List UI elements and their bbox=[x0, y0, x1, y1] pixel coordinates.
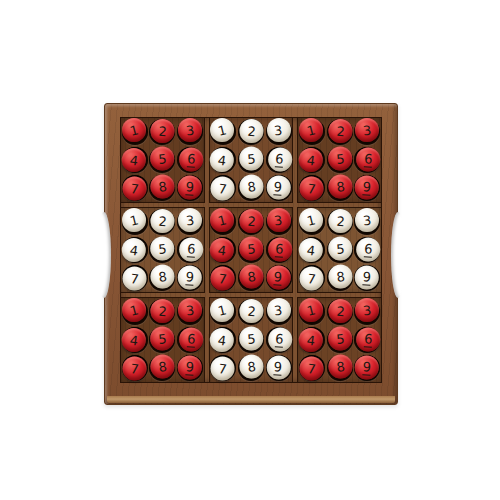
peg-r8c3-red-6[interactable]: 6 bbox=[179, 328, 203, 352]
peg-number: 4 bbox=[129, 333, 139, 347]
peg-r9c6-white-9[interactable]: 9 bbox=[266, 356, 290, 380]
peg-r2c6-white-6[interactable]: 6 bbox=[268, 148, 292, 172]
peg-r1c1-red-1[interactable]: 1 bbox=[122, 118, 146, 142]
peg-r6c9-white-9[interactable]: 9 bbox=[355, 266, 379, 290]
cell-r4c6: 3 bbox=[265, 208, 293, 236]
peg-r3c8-red-8[interactable]: 8 bbox=[328, 175, 352, 199]
cell-r5c8: 5 bbox=[326, 236, 354, 264]
peg-number: 9 bbox=[185, 180, 194, 195]
peg-number: 8 bbox=[246, 270, 256, 284]
peg-number: 9 bbox=[362, 270, 371, 285]
peg-number: 5 bbox=[158, 152, 167, 166]
box-5-red: 123456789 bbox=[210, 208, 293, 292]
peg-r1c2-red-2[interactable]: 2 bbox=[151, 119, 175, 143]
box-3-red: 123456789 bbox=[298, 118, 381, 202]
cell-r8c2: 5 bbox=[149, 326, 177, 354]
peg-number: 2 bbox=[247, 124, 256, 138]
peg-r9c4-white-7[interactable]: 7 bbox=[211, 356, 235, 380]
peg-number: 7 bbox=[218, 182, 228, 196]
cell-r6c1: 7 bbox=[121, 264, 149, 292]
peg-r5c5-red-5[interactable]: 5 bbox=[239, 237, 263, 261]
peg-r3c3-red-9[interactable]: 9 bbox=[178, 176, 202, 200]
peg-number: 2 bbox=[247, 214, 256, 228]
peg-number: 5 bbox=[247, 332, 256, 346]
peg-r7c2-red-2[interactable]: 2 bbox=[151, 299, 175, 323]
peg-r7c8-red-2[interactable]: 2 bbox=[328, 299, 352, 323]
product-photo-stage: 1234567891234567891234567891234567891234… bbox=[0, 0, 500, 500]
cell-r2c9: 6 bbox=[353, 146, 381, 174]
cell-r9c8: 8 bbox=[326, 354, 354, 382]
peg-r6c5-red-8[interactable]: 8 bbox=[239, 265, 263, 289]
peg-number: 4 bbox=[217, 333, 227, 347]
cell-r6c5: 8 bbox=[237, 264, 265, 292]
peg-r6c8-white-8[interactable]: 8 bbox=[328, 265, 352, 289]
peg-number: 3 bbox=[274, 123, 284, 137]
peg-r1c7-red-1[interactable]: 1 bbox=[299, 118, 323, 142]
peg-number: 6 bbox=[275, 242, 284, 257]
peg-number: 1 bbox=[128, 303, 139, 318]
peg-r7c4-white-1[interactable]: 1 bbox=[210, 298, 234, 322]
cell-r6c2: 8 bbox=[149, 264, 177, 292]
peg-r4c5-red-2[interactable]: 2 bbox=[239, 209, 263, 233]
peg-number: 1 bbox=[217, 303, 228, 318]
peg-r1c6-white-3[interactable]: 3 bbox=[267, 118, 291, 142]
peg-number: 4 bbox=[306, 153, 316, 167]
cell-r2c5: 5 bbox=[237, 146, 265, 174]
peg-r5c9-white-6[interactable]: 6 bbox=[356, 238, 380, 262]
cell-r4c3: 3 bbox=[176, 208, 204, 236]
peg-number: 5 bbox=[158, 242, 167, 256]
peg-number: 1 bbox=[306, 303, 317, 318]
cell-r9c4: 7 bbox=[210, 354, 238, 382]
peg-number: 6 bbox=[364, 332, 373, 347]
peg-number: 7 bbox=[307, 182, 317, 196]
cell-r5c9: 6 bbox=[353, 236, 381, 264]
peg-number: 2 bbox=[336, 214, 345, 228]
peg-number: 6 bbox=[187, 242, 196, 257]
peg-r4c4-red-1[interactable]: 1 bbox=[210, 208, 234, 232]
peg-r9c7-red-7[interactable]: 7 bbox=[300, 356, 324, 380]
peg-number: 1 bbox=[128, 213, 139, 228]
peg-number: 4 bbox=[306, 333, 316, 347]
peg-number: 1 bbox=[217, 213, 228, 228]
cell-r7c8: 2 bbox=[326, 298, 354, 326]
peg-number: 7 bbox=[307, 272, 317, 286]
peg-r4c9-white-3[interactable]: 3 bbox=[355, 208, 379, 232]
cell-r3c6: 9 bbox=[265, 174, 293, 202]
peg-number: 1 bbox=[217, 123, 228, 138]
cell-r9c6: 9 bbox=[265, 354, 293, 382]
cell-r1c8: 2 bbox=[326, 118, 354, 146]
peg-r1c3-red-3[interactable]: 3 bbox=[178, 118, 202, 142]
peg-number: 4 bbox=[306, 243, 316, 257]
peg-r5c6-red-6[interactable]: 6 bbox=[268, 238, 292, 262]
peg-r8c5-white-5[interactable]: 5 bbox=[239, 327, 263, 351]
peg-r7c5-white-2[interactable]: 2 bbox=[239, 299, 263, 323]
peg-number: 2 bbox=[336, 124, 345, 138]
peg-number: 9 bbox=[274, 180, 283, 195]
box-4-white: 123456789 bbox=[121, 208, 204, 292]
peg-number: 9 bbox=[185, 360, 194, 375]
peg-number: 7 bbox=[129, 362, 139, 376]
peg-number: 1 bbox=[306, 213, 317, 228]
cell-r4c8: 2 bbox=[326, 208, 354, 236]
cell-r5c4: 4 bbox=[210, 236, 238, 264]
peg-r6c6-red-9[interactable]: 9 bbox=[266, 266, 290, 290]
peg-number: 1 bbox=[306, 123, 317, 138]
cell-r2c8: 5 bbox=[326, 146, 354, 174]
sudoku-board: 1234567891234567891234567891234567891234… bbox=[104, 103, 398, 405]
cell-r2c4: 4 bbox=[210, 146, 238, 174]
cell-r3c8: 8 bbox=[326, 174, 354, 202]
peg-number: 6 bbox=[187, 332, 196, 347]
cell-r5c1: 4 bbox=[121, 236, 149, 264]
peg-number: 4 bbox=[129, 243, 139, 257]
cell-r2c7: 4 bbox=[298, 146, 326, 174]
peg-number: 8 bbox=[158, 270, 168, 284]
peg-number: 3 bbox=[274, 213, 284, 227]
cell-r4c2: 2 bbox=[149, 208, 177, 236]
peg-number: 9 bbox=[362, 180, 371, 195]
peg-r5c4-red-4[interactable]: 4 bbox=[210, 238, 234, 262]
cell-r7c9: 3 bbox=[353, 298, 381, 326]
cell-r4c1: 1 bbox=[121, 208, 149, 236]
cell-r3c9: 9 bbox=[353, 174, 381, 202]
peg-r5c7-white-4[interactable]: 4 bbox=[299, 238, 323, 262]
peg-number: 9 bbox=[274, 360, 283, 375]
peg-r5c3-white-6[interactable]: 6 bbox=[179, 238, 203, 262]
peg-number: 8 bbox=[335, 270, 345, 284]
peg-r6c7-white-7[interactable]: 7 bbox=[300, 266, 324, 290]
peg-number: 7 bbox=[129, 182, 139, 196]
peg-r7c7-red-1[interactable]: 1 bbox=[299, 298, 323, 322]
cell-r5c3: 6 bbox=[176, 236, 204, 264]
cell-r8c4: 4 bbox=[210, 326, 238, 354]
cell-r6c7: 7 bbox=[298, 264, 326, 292]
cell-r5c5: 5 bbox=[237, 236, 265, 264]
peg-r8c2-red-5[interactable]: 5 bbox=[151, 327, 175, 351]
peg-r4c2-white-2[interactable]: 2 bbox=[151, 209, 175, 233]
peg-r6c1-white-7[interactable]: 7 bbox=[122, 266, 146, 290]
cell-r3c1: 7 bbox=[121, 174, 149, 202]
peg-number: 3 bbox=[185, 213, 195, 227]
peg-r8c4-white-4[interactable]: 4 bbox=[210, 328, 234, 352]
peg-r3c1-red-7[interactable]: 7 bbox=[122, 176, 146, 200]
cell-r1c9: 3 bbox=[353, 118, 381, 146]
box-7-red: 123456789 bbox=[121, 298, 204, 382]
peg-number: 6 bbox=[364, 242, 373, 257]
peg-r3c5-white-8[interactable]: 8 bbox=[239, 175, 263, 199]
peg-r8c1-red-4[interactable]: 4 bbox=[122, 328, 146, 352]
cell-r8c3: 6 bbox=[176, 326, 204, 354]
peg-number: 3 bbox=[362, 213, 372, 227]
peg-r4c6-red-3[interactable]: 3 bbox=[267, 208, 291, 232]
peg-r2c3-red-6[interactable]: 6 bbox=[179, 148, 203, 172]
peg-r7c1-red-1[interactable]: 1 bbox=[122, 298, 146, 322]
cell-r3c3: 9 bbox=[176, 174, 204, 202]
peg-number: 6 bbox=[275, 152, 284, 167]
peg-number: 9 bbox=[185, 270, 194, 285]
peg-r7c3-red-3[interactable]: 3 bbox=[178, 298, 202, 322]
cell-r6c8: 8 bbox=[326, 264, 354, 292]
cell-r6c3: 9 bbox=[176, 264, 204, 292]
peg-r2c1-red-4[interactable]: 4 bbox=[122, 148, 146, 172]
cell-r7c2: 2 bbox=[149, 298, 177, 326]
peg-number: 5 bbox=[335, 332, 344, 346]
cell-r3c4: 7 bbox=[210, 174, 238, 202]
peg-r3c6-white-9[interactable]: 9 bbox=[266, 176, 290, 200]
cell-r7c1: 1 bbox=[121, 298, 149, 326]
box-9-red: 123456789 bbox=[298, 298, 381, 382]
peg-r1c8-red-2[interactable]: 2 bbox=[328, 119, 352, 143]
cell-r9c5: 8 bbox=[237, 354, 265, 382]
peg-number: 5 bbox=[247, 242, 256, 256]
grip-notch-left bbox=[97, 212, 111, 298]
peg-r8c7-red-4[interactable]: 4 bbox=[299, 328, 323, 352]
peg-r2c8-red-5[interactable]: 5 bbox=[328, 147, 352, 171]
peg-number: 4 bbox=[129, 153, 139, 167]
cell-r3c2: 8 bbox=[149, 174, 177, 202]
cell-r5c7: 4 bbox=[298, 236, 326, 264]
cell-r7c3: 3 bbox=[176, 298, 204, 326]
cell-r9c1: 7 bbox=[121, 354, 149, 382]
peg-r5c8-white-5[interactable]: 5 bbox=[328, 237, 352, 261]
peg-number: 9 bbox=[274, 270, 283, 285]
peg-number: 4 bbox=[217, 153, 227, 167]
peg-number: 3 bbox=[274, 303, 284, 317]
cell-r8c7: 4 bbox=[298, 326, 326, 354]
cell-r1c7: 1 bbox=[298, 118, 326, 146]
cell-r6c4: 7 bbox=[210, 264, 238, 292]
peg-r2c5-white-5[interactable]: 5 bbox=[239, 147, 263, 171]
cell-r1c2: 2 bbox=[149, 118, 177, 146]
peg-number: 8 bbox=[246, 360, 256, 374]
peg-number: 6 bbox=[275, 332, 284, 347]
cell-r7c6: 3 bbox=[265, 298, 293, 326]
cell-r9c9: 9 bbox=[353, 354, 381, 382]
peg-r4c3-white-3[interactable]: 3 bbox=[178, 208, 202, 232]
peg-number: 3 bbox=[185, 123, 195, 137]
peg-number: 3 bbox=[185, 303, 195, 317]
cell-r2c6: 6 bbox=[265, 146, 293, 174]
peg-r7c6-white-3[interactable]: 3 bbox=[267, 298, 291, 322]
peg-r2c7-red-4[interactable]: 4 bbox=[299, 148, 323, 172]
peg-number: 7 bbox=[218, 362, 228, 376]
peg-number: 7 bbox=[129, 272, 139, 286]
peg-r9c1-red-7[interactable]: 7 bbox=[122, 356, 146, 380]
cell-r9c2: 8 bbox=[149, 354, 177, 382]
cell-r9c7: 7 bbox=[298, 354, 326, 382]
peg-r6c2-white-8[interactable]: 8 bbox=[151, 265, 175, 289]
peg-number: 2 bbox=[158, 124, 167, 138]
cell-r8c5: 5 bbox=[237, 326, 265, 354]
cell-r6c9: 9 bbox=[353, 264, 381, 292]
cell-r2c3: 6 bbox=[176, 146, 204, 174]
peg-r9c8-red-8[interactable]: 8 bbox=[328, 355, 352, 379]
cell-r9c3: 9 bbox=[176, 354, 204, 382]
peg-number: 2 bbox=[158, 304, 167, 318]
peg-number: 8 bbox=[158, 360, 168, 374]
peg-number: 8 bbox=[335, 360, 345, 374]
peg-r1c9-red-3[interactable]: 3 bbox=[355, 118, 379, 142]
peg-number: 5 bbox=[335, 152, 344, 166]
playfield: 1234567891234567891234567891234567891234… bbox=[120, 117, 382, 383]
peg-r4c8-white-2[interactable]: 2 bbox=[328, 209, 352, 233]
box-1-red: 123456789 bbox=[121, 118, 204, 202]
grip-notch-right bbox=[391, 212, 405, 298]
peg-number: 8 bbox=[246, 180, 256, 194]
peg-r1c5-white-2[interactable]: 2 bbox=[239, 119, 263, 143]
cell-r5c6: 6 bbox=[265, 236, 293, 264]
peg-number: 5 bbox=[335, 242, 344, 256]
cell-r1c5: 2 bbox=[237, 118, 265, 146]
peg-number: 8 bbox=[335, 180, 345, 194]
peg-number: 5 bbox=[158, 332, 167, 346]
peg-number: 3 bbox=[362, 303, 372, 317]
cell-r4c4: 1 bbox=[210, 208, 238, 236]
peg-r3c7-red-7[interactable]: 7 bbox=[300, 176, 324, 200]
cell-r1c3: 3 bbox=[176, 118, 204, 146]
cell-r4c9: 3 bbox=[353, 208, 381, 236]
peg-r2c4-white-4[interactable]: 4 bbox=[210, 148, 234, 172]
peg-number: 2 bbox=[247, 304, 256, 318]
box-8-white: 123456789 bbox=[210, 298, 293, 382]
peg-number: 1 bbox=[128, 123, 139, 138]
peg-number: 6 bbox=[364, 152, 373, 167]
peg-r1c4-white-1[interactable]: 1 bbox=[210, 118, 234, 142]
peg-r9c9-red-9[interactable]: 9 bbox=[355, 356, 379, 380]
peg-number: 2 bbox=[336, 304, 345, 318]
cell-r8c9: 6 bbox=[353, 326, 381, 354]
peg-r3c9-red-9[interactable]: 9 bbox=[355, 176, 379, 200]
peg-number: 3 bbox=[362, 123, 372, 137]
box-2-white: 123456789 bbox=[210, 118, 293, 202]
cell-r5c2: 5 bbox=[149, 236, 177, 264]
peg-number: 4 bbox=[217, 243, 227, 257]
peg-number: 8 bbox=[158, 180, 168, 194]
cell-r4c7: 1 bbox=[298, 208, 326, 236]
peg-r6c4-red-7[interactable]: 7 bbox=[211, 266, 235, 290]
cell-r1c6: 3 bbox=[265, 118, 293, 146]
peg-r5c1-white-4[interactable]: 4 bbox=[122, 238, 146, 262]
cell-r8c8: 5 bbox=[326, 326, 354, 354]
peg-number: 2 bbox=[158, 214, 167, 228]
cell-r7c5: 2 bbox=[237, 298, 265, 326]
cell-r3c7: 7 bbox=[298, 174, 326, 202]
peg-r8c6-white-6[interactable]: 6 bbox=[268, 328, 292, 352]
peg-r4c7-white-1[interactable]: 1 bbox=[299, 208, 323, 232]
cell-r2c1: 4 bbox=[121, 146, 149, 174]
peg-r9c2-red-8[interactable]: 8 bbox=[151, 355, 175, 379]
peg-r2c2-red-5[interactable]: 5 bbox=[151, 147, 175, 171]
peg-number: 5 bbox=[247, 152, 256, 166]
peg-number: 9 bbox=[362, 360, 371, 375]
peg-number: 6 bbox=[187, 152, 196, 167]
box-6-white: 123456789 bbox=[298, 208, 381, 292]
cell-r1c1: 1 bbox=[121, 118, 149, 146]
peg-number: 7 bbox=[218, 272, 228, 286]
cell-r7c4: 1 bbox=[210, 298, 238, 326]
peg-r7c9-red-3[interactable]: 3 bbox=[355, 298, 379, 322]
peg-r9c5-white-8[interactable]: 8 bbox=[239, 355, 263, 379]
peg-r3c2-red-8[interactable]: 8 bbox=[151, 175, 175, 199]
peg-r4c1-white-1[interactable]: 1 bbox=[122, 208, 146, 232]
cell-r1c4: 1 bbox=[210, 118, 238, 146]
peg-r8c8-red-5[interactable]: 5 bbox=[328, 327, 352, 351]
peg-r9c3-red-9[interactable]: 9 bbox=[178, 356, 202, 380]
peg-r2c9-red-6[interactable]: 6 bbox=[356, 148, 380, 172]
peg-r3c4-white-7[interactable]: 7 bbox=[211, 176, 235, 200]
cell-r8c1: 4 bbox=[121, 326, 149, 354]
peg-r6c3-white-9[interactable]: 9 bbox=[178, 266, 202, 290]
cell-r7c7: 1 bbox=[298, 298, 326, 326]
cell-r3c5: 8 bbox=[237, 174, 265, 202]
cell-r4c5: 2 bbox=[237, 208, 265, 236]
cell-r8c6: 6 bbox=[265, 326, 293, 354]
cell-r2c2: 5 bbox=[149, 146, 177, 174]
cell-r6c6: 9 bbox=[265, 264, 293, 292]
peg-r8c9-red-6[interactable]: 6 bbox=[356, 328, 380, 352]
peg-number: 7 bbox=[307, 362, 317, 376]
peg-r5c2-white-5[interactable]: 5 bbox=[151, 237, 175, 261]
